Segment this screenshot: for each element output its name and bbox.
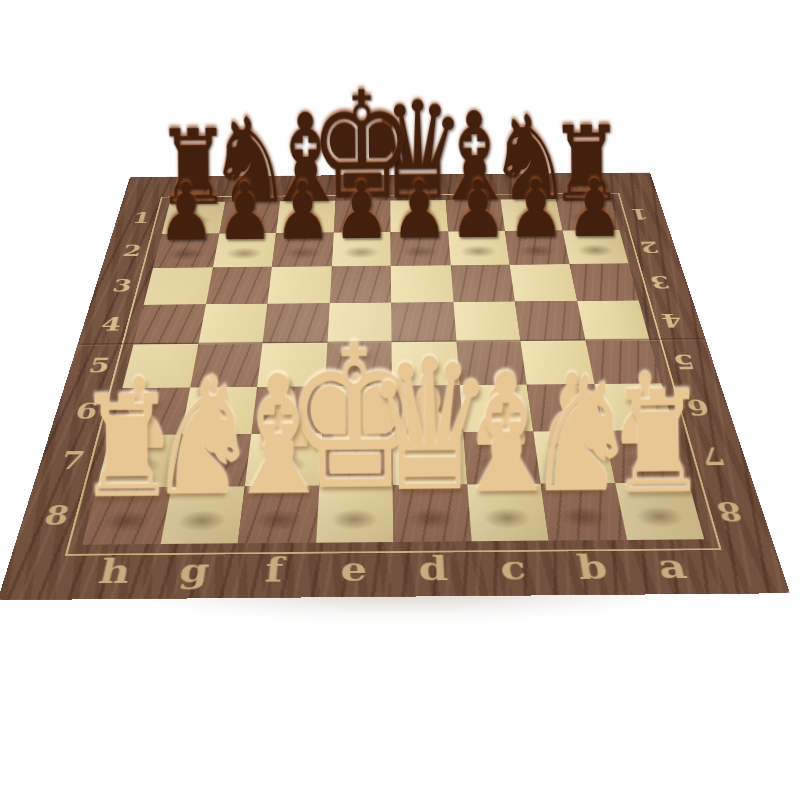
square-c2[interactable]: ♟ (448, 231, 510, 265)
square-e2[interactable]: ♟ (331, 232, 390, 266)
square-d3[interactable] (391, 265, 453, 302)
file-label-b: b (549, 540, 638, 595)
square-a3[interactable] (569, 264, 638, 301)
rank-label-left-2: 2 (101, 234, 161, 268)
scene: 1♜♞♝♚♛♝♞♜12♟♟♟♟♟♟♟♟2334455667♟♟♟♟♟♟♟♟78♜… (0, 0, 800, 800)
rank-label-left-3: 3 (90, 268, 153, 305)
square-d8[interactable]: ♛ (393, 484, 471, 542)
square-b4[interactable] (515, 301, 585, 341)
square-e3[interactable] (329, 266, 391, 303)
file-label-g: g (150, 543, 238, 599)
square-a2[interactable]: ♟ (562, 230, 628, 264)
file-label-c: c (471, 541, 556, 596)
piece-light-knight-b8[interactable]: ♞ (524, 360, 639, 512)
square-b8[interactable]: ♞ (541, 483, 627, 541)
square-h2[interactable]: ♟ (153, 233, 219, 267)
piece-dark-pawn-h2[interactable]: ♟ (157, 174, 215, 250)
piece-light-knight-g8[interactable]: ♞ (145, 363, 260, 515)
piece-dark-pawn-a2[interactable]: ♟ (566, 171, 624, 247)
square-c3[interactable] (450, 265, 515, 302)
file-label-h: h (68, 544, 160, 600)
file-label-e: e (312, 542, 393, 597)
file-label-f: f (231, 543, 316, 598)
square-d2[interactable]: ♟ (391, 231, 451, 265)
chess-board: 1♜♞♝♚♛♝♞♜12♟♟♟♟♟♟♟♟2334455667♟♟♟♟♟♟♟♟78♜… (0, 173, 790, 601)
file-label-d: d (393, 541, 475, 596)
piece-dark-pawn-f2[interactable]: ♟ (274, 173, 332, 249)
piece-dark-pawn-b2[interactable]: ♟ (507, 171, 565, 247)
piece-dark-pawn-g2[interactable]: ♟ (216, 174, 274, 250)
product-photo-stage: 1♜♞♝♚♛♝♞♜12♟♟♟♟♟♟♟♟2334455667♟♟♟♟♟♟♟♟78♜… (0, 0, 800, 800)
square-f2[interactable]: ♟ (272, 232, 333, 266)
rank-label-right-3: 3 (629, 263, 693, 300)
rank-label-right-4: 4 (639, 300, 706, 340)
piece-dark-pawn-c2[interactable]: ♟ (449, 172, 507, 248)
piece-dark-pawn-e2[interactable]: ♟ (332, 173, 390, 249)
square-b2[interactable]: ♟ (505, 230, 569, 264)
piece-dark-pawn-d2[interactable]: ♟ (391, 172, 449, 248)
square-a4[interactable] (577, 300, 650, 340)
square-b3[interactable] (510, 264, 577, 301)
file-label-a: a (626, 539, 719, 594)
board-corner (704, 539, 790, 594)
square-h3[interactable] (144, 267, 213, 304)
piece-light-queen-d8[interactable]: ♛ (364, 339, 496, 513)
rank-label-right-2: 2 (619, 229, 680, 263)
square-g2[interactable]: ♟ (213, 233, 277, 267)
square-g4[interactable] (198, 303, 267, 343)
square-g3[interactable] (206, 267, 272, 304)
square-h4[interactable] (134, 304, 206, 344)
square-f3[interactable] (267, 266, 331, 303)
square-g8[interactable]: ♞ (160, 486, 245, 544)
